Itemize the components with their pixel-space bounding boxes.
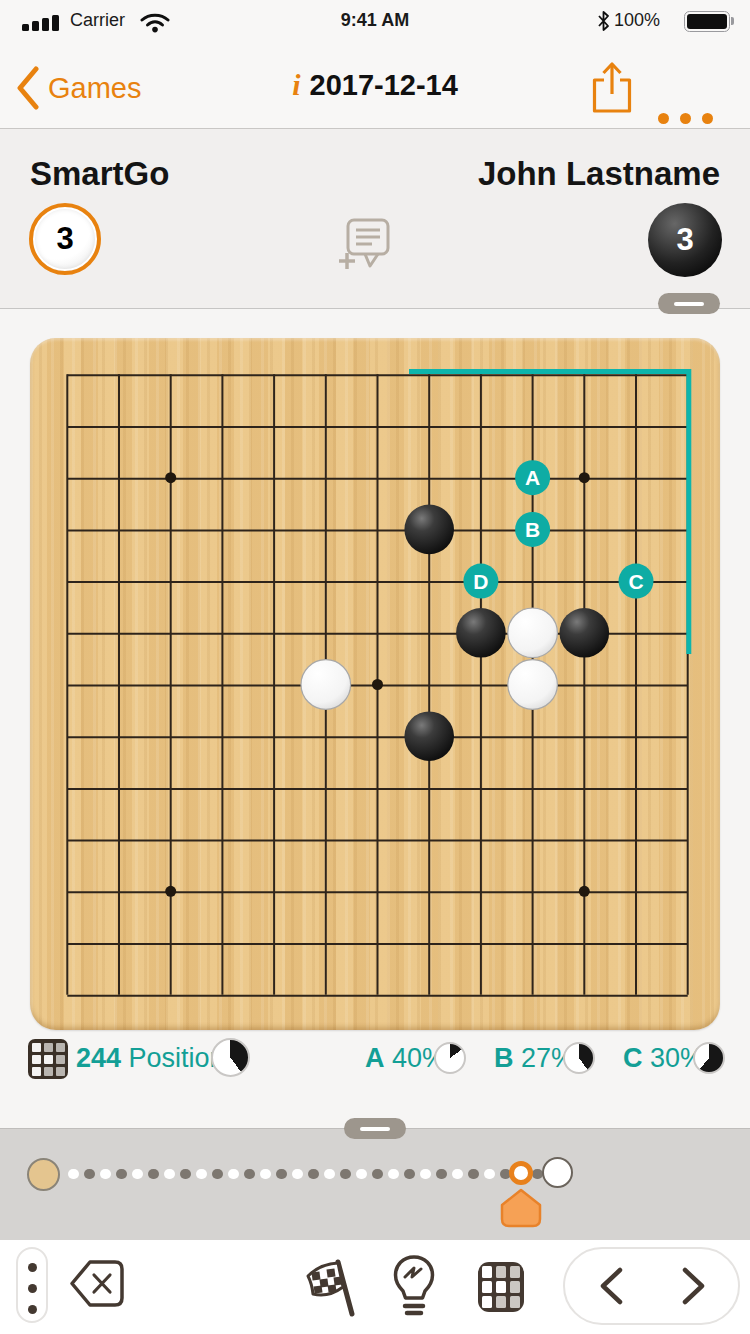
move-timeline[interactable] <box>0 1128 750 1241</box>
bluetooth-icon <box>597 11 610 31</box>
move-dot <box>68 1169 79 1180</box>
move-dot <box>84 1169 95 1180</box>
move-c-winrate-pie <box>693 1042 725 1074</box>
share-button[interactable] <box>591 61 633 114</box>
battery-percent: 100% <box>614 10 660 31</box>
move-c-stat: C 30% <box>623 1043 704 1074</box>
previous-move-button[interactable] <box>598 1267 624 1305</box>
go-board-grid: ABCD <box>30 338 720 1030</box>
hint-bulb-button[interactable] <box>392 1254 436 1318</box>
svg-text:B: B <box>525 518 540 541</box>
move-dot <box>324 1169 335 1180</box>
move-dot <box>276 1169 287 1180</box>
timeline-track[interactable] <box>0 1129 750 1241</box>
fuseki-stats-bar: 244 Positions A 40% B 27% C 30% <box>0 1030 750 1096</box>
game-end-node[interactable] <box>542 1157 573 1188</box>
move-dot <box>244 1169 255 1180</box>
move-dot <box>196 1169 207 1180</box>
move-dot <box>292 1169 303 1180</box>
add-comment-icon[interactable] <box>336 217 394 273</box>
svg-text:C: C <box>628 570 643 593</box>
white-capture-badge: 3 <box>29 203 101 275</box>
move-dot <box>132 1169 143 1180</box>
battery-icon <box>684 11 730 32</box>
delete-move-button[interactable] <box>70 1260 124 1307</box>
move-dot <box>404 1169 415 1180</box>
move-nav-group <box>563 1247 740 1325</box>
move-b-winrate-pie <box>563 1042 595 1074</box>
positions-grid-icon[interactable] <box>28 1039 68 1079</box>
black-capture-badge: 3 <box>648 203 722 277</box>
move-dot <box>116 1169 127 1180</box>
timeline-thumb-handle[interactable] <box>497 1186 545 1230</box>
svg-text:A: A <box>525 466 540 489</box>
page-title: 2017-12-14 <box>310 69 458 101</box>
svg-text:D: D <box>473 570 488 593</box>
smartgo-screen: Carrier 9:41 AM 100% Games i2017-12-14 <box>0 0 750 1334</box>
move-dot <box>228 1169 239 1180</box>
black-player-name: John Lastname <box>478 155 720 193</box>
next-move-button[interactable] <box>681 1267 707 1305</box>
move-dot <box>532 1169 543 1180</box>
move-b-label: B <box>494 1043 514 1073</box>
move-dot <box>388 1169 399 1180</box>
title-group[interactable]: i2017-12-14 <box>0 68 750 102</box>
status-bar: Carrier 9:41 AM 100% <box>0 0 750 44</box>
overall-winrate-pie <box>211 1038 250 1077</box>
panel-drag-handle[interactable] <box>658 293 720 314</box>
move-a-label: A <box>365 1043 385 1073</box>
players-panel: SmartGo John Lastname 3 3 <box>0 129 750 309</box>
move-dot <box>148 1169 159 1180</box>
move-c-label: C <box>623 1043 643 1073</box>
move-dot <box>164 1169 175 1180</box>
current-move-marker[interactable] <box>509 1161 533 1185</box>
move-dot <box>180 1169 191 1180</box>
move-dot <box>468 1169 479 1180</box>
nav-bar: Games i2017-12-14 <box>0 44 750 129</box>
move-dot <box>340 1169 351 1180</box>
move-a-winrate-pie <box>434 1042 466 1074</box>
tools-handle-button[interactable] <box>16 1247 48 1323</box>
move-dot <box>436 1169 447 1180</box>
move-dot <box>260 1169 271 1180</box>
move-dot <box>484 1169 495 1180</box>
move-dot <box>420 1169 431 1180</box>
move-dot <box>372 1169 383 1180</box>
move-dot <box>100 1169 111 1180</box>
info-icon[interactable]: i <box>292 68 300 101</box>
move-dot <box>212 1169 223 1180</box>
fuseki-grid-button[interactable] <box>478 1262 524 1312</box>
move-dot <box>308 1169 319 1180</box>
positions-count: 244 <box>76 1043 121 1073</box>
move-dot <box>356 1169 367 1180</box>
white-player-name: SmartGo <box>30 155 169 193</box>
score-flag-button[interactable] <box>302 1256 358 1318</box>
game-start-node[interactable] <box>27 1158 60 1191</box>
bottom-toolbar <box>0 1240 750 1334</box>
go-board[interactable]: ABCD <box>30 338 720 1030</box>
move-dot <box>452 1169 463 1180</box>
